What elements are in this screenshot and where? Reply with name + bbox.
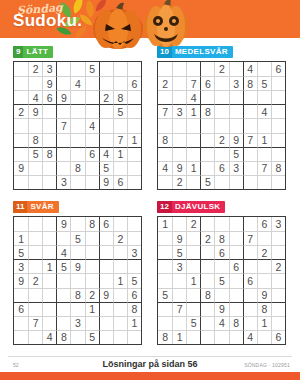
sudoku-cell: [99, 259, 113, 273]
sudoku-cell: 8: [42, 147, 56, 161]
sudoku-cell: [243, 217, 257, 231]
sudoku-cell: [243, 90, 257, 104]
sudoku-cell: [271, 231, 285, 245]
sudoku-cell: [85, 76, 99, 90]
difficulty-badge: 10 MEDELSVÅR: [157, 46, 233, 58]
sudoku-cell: 2: [28, 273, 42, 287]
sudoku-cell: [200, 90, 214, 104]
sudoku-cell: [214, 118, 228, 132]
sudoku-cell: [200, 133, 214, 147]
sudoku-cell: [99, 302, 113, 316]
sudoku-cell: [99, 118, 113, 132]
sudoku-cell: 6: [214, 245, 228, 259]
sudoku-cell: [70, 147, 84, 161]
sudoku-cell: 1: [113, 273, 127, 287]
sudoku-cell: [200, 316, 214, 330]
sudoku-cell: [113, 245, 127, 259]
puzzle-number: 11: [13, 201, 27, 213]
sudoku-cell: 2: [99, 90, 113, 104]
sudoku-cell: 1: [127, 133, 141, 147]
sudoku-cell: [85, 175, 99, 189]
sudoku-cell: [42, 245, 56, 259]
sudoku-cell: [127, 104, 141, 118]
sudoku-cell: 3: [229, 161, 243, 175]
sudoku-cell: [243, 316, 257, 330]
difficulty-label: LÄTT: [23, 46, 53, 58]
sudoku-cell: [186, 245, 200, 259]
sudoku-cell: [271, 147, 285, 161]
difficulty-label: MEDELSVÅR: [172, 46, 233, 58]
sudoku-cell: [28, 217, 42, 231]
sudoku-cell: 8: [85, 217, 99, 231]
sudoku-cell: 9: [70, 259, 84, 273]
sudoku-board-devilish: 1263928756236215658979854818146: [157, 216, 286, 345]
sudoku-cell: 7: [243, 133, 257, 147]
sudoku-cell: [28, 330, 42, 344]
sudoku-cell: [70, 62, 84, 76]
sudoku-cell: [42, 316, 56, 330]
sudoku-cell: [186, 302, 200, 316]
sudoku-cell: [113, 217, 127, 231]
sudoku-cell: 2: [85, 288, 99, 302]
sudoku-cell: 7: [158, 104, 172, 118]
sudoku-cell: 1: [14, 231, 28, 245]
sudoku-cell: 7: [172, 302, 186, 316]
sudoku-cell: [243, 118, 257, 132]
sudoku-cell: 7: [113, 133, 127, 147]
sudoku-cell: [158, 245, 172, 259]
sudoku-cell: [14, 175, 28, 189]
sudoku-cell: [229, 288, 243, 302]
sudoku-cell: 4: [70, 76, 84, 90]
sudoku-cell: [127, 62, 141, 76]
sudoku-cell: [28, 175, 42, 189]
sudoku-cell: 5: [200, 175, 214, 189]
sudoku-cell: [172, 288, 186, 302]
newspaper-sudoku-page: Söndag Sudoku.: [0, 0, 300, 380]
sudoku-cell: [14, 62, 28, 76]
sudoku-cell: [214, 217, 228, 231]
sudoku-cell: [214, 90, 228, 104]
sudoku-cell: [99, 76, 113, 90]
sudoku-cell: [200, 330, 214, 344]
sudoku-cell: 3: [127, 245, 141, 259]
sudoku-cell: [42, 175, 56, 189]
sudoku-cell: [85, 316, 99, 330]
sudoku-cell: [42, 133, 56, 147]
sudoku-cell: 5: [113, 104, 127, 118]
sudoku-cell: [56, 104, 70, 118]
sudoku-cell: [56, 316, 70, 330]
sudoku-cell: [229, 330, 243, 344]
sudoku-cell: [158, 259, 172, 273]
sudoku-cell: 9: [56, 90, 70, 104]
sudoku-cell: [271, 76, 285, 90]
sudoku-cell: [271, 288, 285, 302]
sudoku-cell: [229, 62, 243, 76]
puzzle-12-djavulsk: 12 DJÄVULSK 1263928756236215658979854818…: [157, 195, 286, 345]
sudoku-cell: 2: [28, 62, 42, 76]
sudoku-cell: [113, 118, 127, 132]
sudoku-cell: [42, 161, 56, 175]
sudoku-cell: [56, 273, 70, 287]
sudoku-cell: 9: [99, 175, 113, 189]
sudoku-cell: [28, 118, 42, 132]
sudoku-cell: [85, 231, 99, 245]
sudoku-cell: [243, 104, 257, 118]
sudoku-cell: [99, 104, 113, 118]
sudoku-cell: [200, 62, 214, 76]
sudoku-cell: 9: [229, 133, 243, 147]
sudoku-cell: 2: [271, 259, 285, 273]
sudoku-cell: 8: [243, 76, 257, 90]
sudoku-cell: [257, 231, 271, 245]
sudoku-cell: 1: [172, 330, 186, 344]
puzzle-number: 9: [13, 46, 23, 58]
sudoku-cell: 2: [214, 62, 228, 76]
sudoku-cell: 5: [99, 161, 113, 175]
sudoku-cell: 6: [257, 217, 271, 231]
sudoku-cell: [229, 175, 243, 189]
sudoku-cell: [113, 330, 127, 344]
sudoku-cell: [158, 231, 172, 245]
sudoku-cell: [214, 104, 228, 118]
sudoku-cell: [158, 316, 172, 330]
sudoku-cell: [14, 90, 28, 104]
sudoku-cell: [113, 161, 127, 175]
sudoku-cell: [56, 288, 70, 302]
sudoku-cell: 5: [172, 245, 186, 259]
sudoku-cell: [28, 288, 42, 302]
sudoku-cell: [214, 147, 228, 161]
sudoku-cell: [56, 302, 70, 316]
sudoku-cell: 9: [99, 288, 113, 302]
sudoku-cell: [200, 217, 214, 231]
masthead-banner: Söndag Sudoku.: [0, 0, 300, 38]
sudoku-cell: [257, 90, 271, 104]
sudoku-cell: 5: [257, 76, 271, 90]
sudoku-cell: 7: [186, 76, 200, 90]
sudoku-board-hard: 986152543315992158296618731485: [13, 216, 142, 345]
puzzle-number: 12: [157, 201, 172, 213]
difficulty-badge: 11 SVÅR: [13, 201, 59, 213]
sudoku-cell: [214, 259, 228, 273]
sudoku-cell: [113, 76, 127, 90]
sudoku-cell: [99, 245, 113, 259]
sudoku-cell: [186, 330, 200, 344]
sudoku-cell: 6: [42, 90, 56, 104]
sudoku-cell: 2: [186, 217, 200, 231]
sudoku-cell: [85, 273, 99, 287]
sudoku-cell: 6: [85, 147, 99, 161]
sudoku-cell: 8: [56, 330, 70, 344]
sudoku-cell: 9: [14, 161, 28, 175]
sudoku-cell: [172, 316, 186, 330]
sudoku-cell: [127, 147, 141, 161]
sudoku-cell: [70, 90, 84, 104]
sudoku-cell: [200, 273, 214, 287]
sudoku-cell: [56, 161, 70, 175]
sudoku-cell: [229, 273, 243, 287]
sudoku-cell: 5: [158, 288, 172, 302]
sudoku-cell: 7: [28, 316, 42, 330]
sudoku-cell: [28, 259, 42, 273]
difficulty-label: DJÄVULSK: [172, 201, 226, 213]
sudoku-cell: [113, 259, 127, 273]
sudoku-cell: [257, 147, 271, 161]
sudoku-cell: 8: [113, 90, 127, 104]
sudoku-cell: 9: [172, 161, 186, 175]
sudoku-cell: [42, 288, 56, 302]
sudoku-cell: [243, 161, 257, 175]
sudoku-cell: 7: [257, 161, 271, 175]
sudoku-cell: [257, 62, 271, 76]
sudoku-cell: 2: [172, 175, 186, 189]
sudoku-cell: [186, 259, 200, 273]
sudoku-cell: [14, 288, 28, 302]
sudoku-cell: 9: [14, 273, 28, 287]
sudoku-cell: 1: [186, 273, 200, 287]
sudoku-cell: 1: [42, 259, 56, 273]
sudoku-board-easy: 235946469282957487158641985396: [13, 61, 142, 190]
sudoku-cell: [127, 231, 141, 245]
sudoku-cell: [243, 175, 257, 189]
sudoku-cell: [229, 231, 243, 245]
sudoku-cell: [200, 161, 214, 175]
sudoku-cell: 5: [14, 245, 28, 259]
bottom-accent-bar: [0, 372, 300, 380]
sudoku-cell: [85, 161, 99, 175]
sudoku-cell: [200, 259, 214, 273]
sudoku-cell: [70, 330, 84, 344]
sudoku-cell: 4: [99, 147, 113, 161]
sudoku-cell: [56, 76, 70, 90]
sudoku-cell: [99, 231, 113, 245]
sudoku-cell: [271, 118, 285, 132]
sudoku-cell: 8: [70, 161, 84, 175]
sudoku-cell: [257, 175, 271, 189]
sudoku-cell: [257, 273, 271, 287]
sudoku-cell: [28, 161, 42, 175]
sudoku-cell: [186, 133, 200, 147]
sudoku-cell: 3: [229, 76, 243, 90]
sudoku-cell: 9: [214, 302, 228, 316]
sudoku-cell: [257, 118, 271, 132]
sudoku-cell: [200, 118, 214, 132]
sudoku-cell: [127, 90, 141, 104]
sudoku-cell: [172, 118, 186, 132]
sudoku-cell: 6: [229, 259, 243, 273]
sudoku-cell: [271, 273, 285, 287]
sudoku-cell: 5: [127, 273, 141, 287]
sudoku-cell: [172, 90, 186, 104]
sudoku-cell: [186, 231, 200, 245]
sudoku-cell: 3: [56, 175, 70, 189]
sudoku-cell: 9: [56, 217, 70, 231]
sudoku-cell: 8: [127, 302, 141, 316]
sudoku-cell: 6: [99, 217, 113, 231]
sudoku-cell: 5: [186, 316, 200, 330]
sudoku-cell: [158, 273, 172, 287]
sudoku-cell: [229, 245, 243, 259]
sudoku-cell: 4: [28, 90, 42, 104]
sudoku-cell: [229, 104, 243, 118]
puzzle-number: 10: [157, 46, 172, 58]
sudoku-cell: 1: [257, 133, 271, 147]
sudoku-cell: [158, 118, 172, 132]
sudoku-cell: [172, 217, 186, 231]
sudoku-cell: [14, 316, 28, 330]
sudoku-cell: 1: [186, 104, 200, 118]
sudoku-cell: [243, 245, 257, 259]
sudoku-cell: [127, 330, 141, 344]
sudoku-cell: 4: [56, 245, 70, 259]
sudoku-cell: 8: [229, 316, 243, 330]
sudoku-cell: 5: [229, 147, 243, 161]
sudoku-cell: [214, 288, 228, 302]
sudoku-cell: [14, 330, 28, 344]
sudoku-cell: [200, 245, 214, 259]
sudoku-cell: [271, 90, 285, 104]
sudoku-cell: 8: [158, 133, 172, 147]
sudoku-cell: [243, 302, 257, 316]
puzzle-9-latt: 9 LÄTT 235946469282957487158641985396: [13, 40, 142, 190]
edition-text: SÖNDAG · 102951: [244, 362, 290, 368]
sudoku-cell: 6: [14, 302, 28, 316]
sudoku-cell: [257, 330, 271, 344]
sudoku-cell: 8: [70, 288, 84, 302]
sudoku-cell: [70, 302, 84, 316]
sudoku-cell: [229, 90, 243, 104]
sudoku-cell: [214, 175, 228, 189]
sudoku-cell: [14, 118, 28, 132]
sudoku-cell: [271, 302, 285, 316]
sudoku-cell: [99, 316, 113, 330]
sudoku-cell: 3: [172, 104, 186, 118]
sudoku-cell: 6: [214, 161, 228, 175]
sudoku-cell: [70, 273, 84, 287]
sudoku-cell: 7: [56, 118, 70, 132]
sudoku-cell: [158, 90, 172, 104]
sudoku-cell: 5: [85, 62, 99, 76]
sudoku-cell: 5: [56, 259, 70, 273]
sudoku-cell: 4: [243, 62, 257, 76]
sudoku-cell: [127, 175, 141, 189]
sudoku-cell: [85, 259, 99, 273]
sudoku-cell: [99, 330, 113, 344]
sudoku-cell: [229, 118, 243, 132]
sudoku-cell: 6: [127, 288, 141, 302]
sudoku-cell: [113, 62, 127, 76]
sudoku-cell: [214, 330, 228, 344]
sudoku-cell: 5: [70, 231, 84, 245]
sudoku-cell: 1: [85, 302, 99, 316]
difficulty-badge: 9 LÄTT: [13, 46, 53, 58]
sudoku-cell: [85, 90, 99, 104]
puzzle-11-svar: 11 SVÅR 986152543315992158296618731485: [13, 195, 142, 345]
sudoku-cell: 3: [271, 217, 285, 231]
sudoku-cell: [42, 118, 56, 132]
sudoku-cell: [99, 273, 113, 287]
sudoku-cell: [42, 273, 56, 287]
sudoku-cell: [271, 175, 285, 189]
sudoku-logo: Söndag Sudoku.: [13, 3, 82, 29]
sudoku-cell: [271, 104, 285, 118]
sudoku-cell: 6: [127, 76, 141, 90]
sudoku-cell: 5: [214, 273, 228, 287]
sudoku-cell: [127, 161, 141, 175]
sudoku-cell: [113, 302, 127, 316]
sudoku-cell: 4: [257, 104, 271, 118]
sudoku-cell: [229, 217, 243, 231]
sudoku-cell: [229, 302, 243, 316]
sudoku-cell: [271, 245, 285, 259]
sudoku-cell: 2: [113, 231, 127, 245]
sudoku-cell: 1: [186, 161, 200, 175]
sudoku-cell: [85, 245, 99, 259]
sudoku-board-medium: 246276385473184829715491637825: [157, 61, 286, 190]
sudoku-cell: [70, 245, 84, 259]
sudoku-cell: [99, 62, 113, 76]
footer-divider: [8, 356, 292, 357]
sudoku-cell: 4: [42, 330, 56, 344]
sudoku-cell: [56, 231, 70, 245]
sudoku-cell: [56, 147, 70, 161]
sudoku-cell: [113, 316, 127, 330]
sudoku-cell: 2: [257, 245, 271, 259]
sudoku-cell: [172, 273, 186, 287]
sudoku-cell: [243, 147, 257, 161]
sudoku-cell: 4: [243, 330, 257, 344]
sudoku-cell: [14, 76, 28, 90]
sudoku-cell: [158, 62, 172, 76]
sudoku-cell: 5: [28, 147, 42, 161]
sudoku-cell: [85, 104, 99, 118]
sudoku-cell: 3: [14, 259, 28, 273]
sudoku-cell: [172, 62, 186, 76]
sudoku-cell: 3: [172, 259, 186, 273]
sudoku-cell: [172, 133, 186, 147]
sudoku-cell: [14, 133, 28, 147]
sudoku-cell: [200, 147, 214, 161]
sudoku-cell: 6: [271, 330, 285, 344]
sudoku-cell: [200, 302, 214, 316]
sudoku-cell: [28, 76, 42, 90]
sudoku-cell: [14, 147, 28, 161]
sudoku-cell: 9: [28, 104, 42, 118]
difficulty-badge: 12 DJÄVULSK: [157, 201, 225, 213]
sudoku-cell: 4: [85, 118, 99, 132]
sudoku-cell: [127, 118, 141, 132]
sudoku-cell: 8: [200, 104, 214, 118]
sudoku-cell: 4: [214, 316, 228, 330]
sudoku-cell: 8: [158, 330, 172, 344]
sudoku-cell: [70, 133, 84, 147]
sudoku-cell: 6: [271, 62, 285, 76]
sudoku-cell: 9: [257, 288, 271, 302]
sudoku-cell: [28, 302, 42, 316]
sudoku-cell: 8: [271, 161, 285, 175]
sudoku-cell: [56, 133, 70, 147]
sudoku-cell: 9: [172, 231, 186, 245]
sudoku-cell: [214, 76, 228, 90]
sudoku-cell: 2: [200, 231, 214, 245]
sudoku-cell: 2: [214, 133, 228, 147]
sudoku-cell: [113, 288, 127, 302]
sudoku-cell: 8: [257, 302, 271, 316]
sudoku-cell: [42, 302, 56, 316]
sudoku-cell: 6: [243, 273, 257, 287]
